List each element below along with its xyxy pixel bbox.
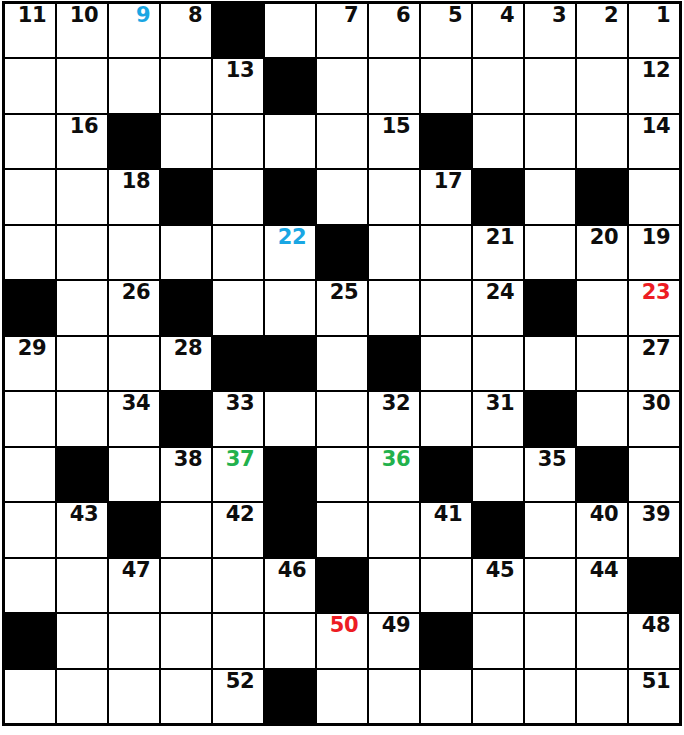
crossword-grid: 1110987654321131216151418172221201926252… <box>2 1 682 726</box>
black-cell-r11c0 <box>5 614 55 667</box>
cell-r2c7[interactable]: 15 <box>369 115 419 168</box>
cell-r9c12[interactable]: 39 <box>629 503 679 556</box>
clue-number-4: 4 <box>500 4 514 28</box>
cell-r7c7[interactable]: 32 <box>369 392 419 445</box>
cell-r5c12[interactable]: 23 <box>629 281 679 334</box>
black-cell-r12c5 <box>265 670 315 723</box>
cell-r11c3[interactable] <box>161 614 211 667</box>
cell-r0c2[interactable]: 9 <box>109 4 159 57</box>
cell-r2c5[interactable] <box>265 115 315 168</box>
clue-number-25: 25 <box>330 281 358 305</box>
cell-r5c6[interactable]: 25 <box>317 281 367 334</box>
cell-r1c10[interactable] <box>525 59 575 112</box>
black-cell-r9c9 <box>473 503 523 556</box>
cell-r12c3[interactable] <box>161 670 211 723</box>
cell-r3c12[interactable] <box>629 170 679 223</box>
cell-r12c12[interactable]: 51 <box>629 670 679 723</box>
cell-r12c4[interactable]: 52 <box>213 670 263 723</box>
cell-r12c2[interactable] <box>109 670 159 723</box>
cell-r9c7[interactable] <box>369 503 419 556</box>
page: 1110987654321131216151418172221201926252… <box>0 0 684 735</box>
cell-r6c3[interactable]: 28 <box>161 337 211 390</box>
clue-number-44: 44 <box>590 559 618 583</box>
cell-r12c6[interactable] <box>317 670 367 723</box>
cell-r3c1[interactable] <box>57 170 107 223</box>
cell-r5c9[interactable]: 24 <box>473 281 523 334</box>
cell-r9c11[interactable]: 40 <box>577 503 627 556</box>
cell-r0c9[interactable]: 4 <box>473 4 523 57</box>
cell-r8c4[interactable]: 37 <box>213 448 263 501</box>
clue-number-26: 26 <box>122 281 150 305</box>
clue-number-9: 9 <box>136 4 150 28</box>
cell-r4c3[interactable] <box>161 226 211 279</box>
cell-r7c9[interactable]: 31 <box>473 392 523 445</box>
cell-r8c6[interactable] <box>317 448 367 501</box>
clue-number-20: 20 <box>590 226 618 250</box>
clue-number-50: 50 <box>330 614 358 638</box>
cell-r4c12[interactable]: 19 <box>629 226 679 279</box>
cell-r5c7[interactable] <box>369 281 419 334</box>
cell-r7c6[interactable] <box>317 392 367 445</box>
cell-r0c5[interactable] <box>265 4 315 57</box>
cell-r11c10[interactable] <box>525 614 575 667</box>
cell-r0c1[interactable]: 10 <box>57 4 107 57</box>
black-cell-r6c7 <box>369 337 419 390</box>
clue-number-45: 45 <box>486 559 514 583</box>
clue-number-47: 47 <box>122 559 150 583</box>
cell-r7c4[interactable]: 33 <box>213 392 263 445</box>
cell-r5c1[interactable] <box>57 281 107 334</box>
cell-r10c2[interactable]: 47 <box>109 559 159 612</box>
cell-r12c10[interactable] <box>525 670 575 723</box>
cell-r4c11[interactable]: 20 <box>577 226 627 279</box>
cell-r12c1[interactable] <box>57 670 107 723</box>
cell-r5c4[interactable] <box>213 281 263 334</box>
clue-number-39: 39 <box>642 503 670 527</box>
cell-r2c0[interactable] <box>5 115 55 168</box>
clue-number-42: 42 <box>226 503 254 527</box>
black-cell-r6c4 <box>213 337 263 390</box>
black-cell-r4c6 <box>317 226 367 279</box>
black-cell-r1c5 <box>265 59 315 112</box>
clue-number-12: 12 <box>642 59 670 83</box>
clue-number-17: 17 <box>434 170 462 194</box>
cell-r0c8[interactable]: 5 <box>421 4 471 57</box>
clue-number-19: 19 <box>642 226 670 250</box>
cell-r2c3[interactable] <box>161 115 211 168</box>
black-cell-r7c10 <box>525 392 575 445</box>
cell-r8c12[interactable] <box>629 448 679 501</box>
black-cell-r3c5 <box>265 170 315 223</box>
cell-r2c11[interactable] <box>577 115 627 168</box>
cell-r11c6[interactable]: 50 <box>317 614 367 667</box>
black-cell-r5c3 <box>161 281 211 334</box>
cell-r7c11[interactable] <box>577 392 627 445</box>
clue-number-46: 46 <box>278 559 306 583</box>
clue-number-35: 35 <box>538 448 566 472</box>
cell-r1c1[interactable] <box>57 59 107 112</box>
cell-r1c4[interactable]: 13 <box>213 59 263 112</box>
black-cell-r8c11 <box>577 448 627 501</box>
clue-number-40: 40 <box>590 503 618 527</box>
cell-r2c4[interactable] <box>213 115 263 168</box>
clue-number-32: 32 <box>382 392 410 416</box>
cell-r10c3[interactable] <box>161 559 211 612</box>
cell-r7c1[interactable] <box>57 392 107 445</box>
cell-r2c6[interactable] <box>317 115 367 168</box>
cell-r4c7[interactable] <box>369 226 419 279</box>
cell-r6c1[interactable] <box>57 337 107 390</box>
clue-number-5: 5 <box>448 4 462 28</box>
clue-number-52: 52 <box>226 670 254 694</box>
cell-r0c3[interactable]: 8 <box>161 4 211 57</box>
clue-number-13: 13 <box>226 59 254 83</box>
cell-r12c9[interactable] <box>473 670 523 723</box>
clue-number-15: 15 <box>382 115 410 139</box>
cell-r10c1[interactable] <box>57 559 107 612</box>
cell-r8c7[interactable]: 36 <box>369 448 419 501</box>
black-cell-r6c5 <box>265 337 315 390</box>
cell-r6c8[interactable] <box>421 337 471 390</box>
cell-r2c1[interactable]: 16 <box>57 115 107 168</box>
cell-r0c6[interactable]: 7 <box>317 4 367 57</box>
clue-number-2: 2 <box>604 4 618 28</box>
clue-number-22: 22 <box>278 226 306 250</box>
clue-number-1: 1 <box>656 4 670 28</box>
cell-r1c12[interactable]: 12 <box>629 59 679 112</box>
cell-r12c0[interactable] <box>5 670 55 723</box>
clue-number-41: 41 <box>434 503 462 527</box>
clue-number-7: 7 <box>344 4 358 28</box>
black-cell-r9c2 <box>109 503 159 556</box>
clue-number-51: 51 <box>642 670 670 694</box>
clue-number-23: 23 <box>642 281 670 305</box>
clue-number-3: 3 <box>552 4 566 28</box>
cell-r0c7[interactable]: 6 <box>369 4 419 57</box>
cell-r2c10[interactable] <box>525 115 575 168</box>
cell-r7c2[interactable]: 34 <box>109 392 159 445</box>
black-cell-r11c8 <box>421 614 471 667</box>
black-cell-r8c1 <box>57 448 107 501</box>
black-cell-r3c11 <box>577 170 627 223</box>
cell-r4c10[interactable] <box>525 226 575 279</box>
cell-r4c8[interactable] <box>421 226 471 279</box>
cell-r5c2[interactable]: 26 <box>109 281 159 334</box>
cell-r6c10[interactable] <box>525 337 575 390</box>
cell-r4c9[interactable]: 21 <box>473 226 523 279</box>
cell-r3c4[interactable] <box>213 170 263 223</box>
black-cell-r2c8 <box>421 115 471 168</box>
cell-r11c11[interactable] <box>577 614 627 667</box>
black-cell-r0c4 <box>213 4 263 57</box>
clue-number-48: 48 <box>642 614 670 638</box>
black-cell-r3c9 <box>473 170 523 223</box>
cell-r0c11[interactable]: 2 <box>577 4 627 57</box>
cell-r10c11[interactable]: 44 <box>577 559 627 612</box>
clue-number-33: 33 <box>226 392 254 416</box>
cell-r4c0[interactable] <box>5 226 55 279</box>
clue-number-49: 49 <box>382 614 410 638</box>
cell-r12c11[interactable] <box>577 670 627 723</box>
cell-r6c12[interactable]: 27 <box>629 337 679 390</box>
cell-r6c2[interactable] <box>109 337 159 390</box>
cell-r6c6[interactable] <box>317 337 367 390</box>
cell-r3c0[interactable] <box>5 170 55 223</box>
clue-number-18: 18 <box>122 170 150 194</box>
cell-r4c2[interactable] <box>109 226 159 279</box>
clue-number-10: 10 <box>70 4 98 28</box>
cell-r12c7[interactable] <box>369 670 419 723</box>
cell-r11c1[interactable] <box>57 614 107 667</box>
cell-r1c0[interactable] <box>5 59 55 112</box>
cell-r6c0[interactable]: 29 <box>5 337 55 390</box>
cell-r5c5[interactable] <box>265 281 315 334</box>
cell-r3c7[interactable] <box>369 170 419 223</box>
cell-r11c4[interactable] <box>213 614 263 667</box>
cell-r8c9[interactable] <box>473 448 523 501</box>
clue-number-21: 21 <box>486 226 514 250</box>
clue-number-6: 6 <box>396 4 410 28</box>
cell-r2c12[interactable]: 14 <box>629 115 679 168</box>
cell-r9c6[interactable] <box>317 503 367 556</box>
cell-r1c6[interactable] <box>317 59 367 112</box>
cell-r8c0[interactable] <box>5 448 55 501</box>
cell-r7c12[interactable]: 30 <box>629 392 679 445</box>
clue-number-8: 8 <box>188 4 202 28</box>
clue-number-16: 16 <box>70 115 98 139</box>
clue-number-29: 29 <box>18 337 46 361</box>
clue-number-11: 11 <box>18 4 46 28</box>
cell-r1c7[interactable] <box>369 59 419 112</box>
cell-r3c2[interactable]: 18 <box>109 170 159 223</box>
cell-r1c9[interactable] <box>473 59 523 112</box>
clue-number-37: 37 <box>226 448 254 472</box>
clue-number-38: 38 <box>174 448 202 472</box>
cell-r0c0[interactable]: 11 <box>5 4 55 57</box>
cell-r10c9[interactable]: 45 <box>473 559 523 612</box>
black-cell-r5c10 <box>525 281 575 334</box>
black-cell-r5c0 <box>5 281 55 334</box>
cell-r6c9[interactable] <box>473 337 523 390</box>
cell-r10c8[interactable] <box>421 559 471 612</box>
cell-r3c6[interactable] <box>317 170 367 223</box>
cell-r9c0[interactable] <box>5 503 55 556</box>
cell-r6c11[interactable] <box>577 337 627 390</box>
clue-number-36: 36 <box>382 448 410 472</box>
cell-r9c1[interactable]: 43 <box>57 503 107 556</box>
cell-r11c12[interactable]: 48 <box>629 614 679 667</box>
cell-r4c5[interactable]: 22 <box>265 226 315 279</box>
cell-r1c8[interactable] <box>421 59 471 112</box>
black-cell-r10c6 <box>317 559 367 612</box>
cell-r7c0[interactable] <box>5 392 55 445</box>
cell-r9c10[interactable] <box>525 503 575 556</box>
black-cell-r9c5 <box>265 503 315 556</box>
cell-r11c5[interactable] <box>265 614 315 667</box>
cell-r0c12[interactable]: 1 <box>629 4 679 57</box>
cell-r8c2[interactable] <box>109 448 159 501</box>
cell-r0c10[interactable]: 3 <box>525 4 575 57</box>
cell-r2c9[interactable] <box>473 115 523 168</box>
cell-r8c10[interactable]: 35 <box>525 448 575 501</box>
clue-number-43: 43 <box>70 503 98 527</box>
cell-r7c5[interactable] <box>265 392 315 445</box>
clue-number-31: 31 <box>486 392 514 416</box>
cell-r11c7[interactable]: 49 <box>369 614 419 667</box>
cell-r10c0[interactable] <box>5 559 55 612</box>
cell-r5c11[interactable] <box>577 281 627 334</box>
cell-r8c3[interactable]: 38 <box>161 448 211 501</box>
black-cell-r8c5 <box>265 448 315 501</box>
clue-number-14: 14 <box>642 115 670 139</box>
cell-r4c4[interactable] <box>213 226 263 279</box>
clue-number-28: 28 <box>174 337 202 361</box>
cell-r9c3[interactable] <box>161 503 211 556</box>
cell-r12c8[interactable] <box>421 670 471 723</box>
black-cell-r8c8 <box>421 448 471 501</box>
cell-r4c1[interactable] <box>57 226 107 279</box>
cell-r9c8[interactable]: 41 <box>421 503 471 556</box>
cell-r1c11[interactable] <box>577 59 627 112</box>
cell-r10c4[interactable] <box>213 559 263 612</box>
cell-r1c3[interactable] <box>161 59 211 112</box>
cell-r11c2[interactable] <box>109 614 159 667</box>
clue-number-30: 30 <box>642 392 670 416</box>
clue-number-27: 27 <box>642 337 670 361</box>
black-cell-r7c3 <box>161 392 211 445</box>
cell-r1c2[interactable] <box>109 59 159 112</box>
black-cell-r10c12 <box>629 559 679 612</box>
cell-r7c8[interactable] <box>421 392 471 445</box>
cell-r5c8[interactable] <box>421 281 471 334</box>
cell-r10c10[interactable] <box>525 559 575 612</box>
cell-r9c4[interactable]: 42 <box>213 503 263 556</box>
cell-r10c7[interactable] <box>369 559 419 612</box>
black-cell-r3c3 <box>161 170 211 223</box>
black-cell-r2c2 <box>109 115 159 168</box>
cell-r11c9[interactable] <box>473 614 523 667</box>
clue-number-24: 24 <box>486 281 514 305</box>
clue-number-34: 34 <box>122 392 150 416</box>
cell-r3c8[interactable]: 17 <box>421 170 471 223</box>
cell-r3c10[interactable] <box>525 170 575 223</box>
cell-r10c5[interactable]: 46 <box>265 559 315 612</box>
